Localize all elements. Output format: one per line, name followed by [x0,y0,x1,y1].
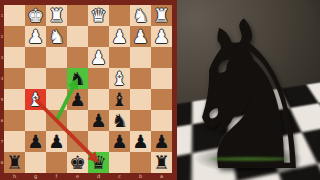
square-c2: ♟ [109,26,130,47]
chess-board-diagram: ♚♜♛♞♜♟♞♟♟♟♟♞♝♝♟♝♟♞♟♟♟♟♟♜♚♛♜ 12345678hgfe… [0,0,177,180]
square-g8 [25,152,46,173]
square-h7 [4,131,25,152]
black-pawn-c7: ♟ [109,131,130,152]
square-c1 [109,5,130,26]
square-e5: ♟ [67,89,88,110]
square-f5 [46,89,67,110]
white-rook-a1: ♜ [151,5,172,26]
square-b2: ♟ [130,26,151,47]
square-a1: ♜ [151,5,172,26]
square-f4 [46,68,67,89]
square-b6 [130,110,151,131]
square-a2: ♟ [151,26,172,47]
square-d7 [88,131,109,152]
file-label-h: h [4,173,25,180]
rank-label-6: 6 [0,110,4,131]
square-f6 [46,110,67,131]
square-h4 [4,68,25,89]
black-pawn-b7: ♟ [130,131,151,152]
white-pawn-c2: ♟ [109,26,130,47]
white-pawn-d3: ♟ [88,47,109,68]
square-b8 [130,152,151,173]
white-king-g1: ♚ [25,5,46,26]
square-b7: ♟ [130,131,151,152]
rank-label-2: 2 [0,26,4,47]
square-e7 [67,131,88,152]
square-g7: ♟ [25,131,46,152]
square-f1: ♜ [46,5,67,26]
square-a8: ♜ [151,152,172,173]
black-rook-a8: ♜ [151,152,172,173]
square-a3 [151,47,172,68]
square-c7: ♟ [109,131,130,152]
rank-label-4: 4 [0,68,4,89]
black-pawn-d6: ♟ [88,110,109,131]
file-label-b: b [130,173,151,180]
black-rook-h8: ♜ [4,152,25,173]
square-c4: ♝ [109,68,130,89]
chess-board-grid: ♚♜♛♞♜♟♞♟♟♟♟♞♝♝♟♝♟♞♟♟♟♟♟♜♚♛♜ [4,5,172,173]
square-b5 [130,89,151,110]
white-rook-f1: ♜ [46,5,67,26]
black-bishop-c5: ♝ [109,89,130,110]
black-pawn-f7: ♟ [46,131,67,152]
square-e6 [67,110,88,131]
square-a5 [151,89,172,110]
square-h6 [4,110,25,131]
square-h3 [4,47,25,68]
square-g6 [25,110,46,131]
knight-photo-panel: ♞ [177,0,320,180]
square-d5 [88,89,109,110]
rank-label-7: 7 [0,131,4,152]
square-b3 [130,47,151,68]
file-label-g: g [25,173,46,180]
square-f8 [46,152,67,173]
square-d1: ♛ [88,5,109,26]
square-d4 [88,68,109,89]
black-king-e8: ♚ [67,152,88,173]
square-b1: ♞ [130,5,151,26]
white-pawn-a2: ♟ [151,26,172,47]
white-queen-d1: ♛ [88,5,109,26]
rank-label-8: 8 [0,152,4,173]
square-f3 [46,47,67,68]
rank-label-5: 5 [0,89,4,110]
square-h1 [4,5,25,26]
white-knight-b1: ♞ [130,5,151,26]
file-label-c: c [109,173,130,180]
black-queen-d8: ♛ [88,152,109,173]
file-label-a: a [151,173,172,180]
square-e1 [67,5,88,26]
square-g2: ♟ [25,26,46,47]
square-c3 [109,47,130,68]
square-f7: ♟ [46,131,67,152]
square-e4: ♞ [67,68,88,89]
square-a7: ♟ [151,131,172,152]
rank-label-3: 3 [0,47,4,68]
white-bishop-g5: ♝ [25,89,46,110]
black-pawn-g7: ♟ [25,131,46,152]
square-d3: ♟ [88,47,109,68]
white-knight-f2: ♞ [46,26,67,47]
white-bishop-c4: ♝ [109,68,130,89]
white-pawn-b2: ♟ [130,26,151,47]
square-g3 [25,47,46,68]
square-c5: ♝ [109,89,130,110]
file-label-d: d [88,173,109,180]
square-a6 [151,110,172,131]
square-c8 [109,152,130,173]
black-pawn-a7: ♟ [151,131,172,152]
file-label-f: f [46,173,67,180]
square-f2: ♞ [46,26,67,47]
square-g5: ♝ [25,89,46,110]
square-h8: ♜ [4,152,25,173]
square-h2 [4,26,25,47]
square-b4 [130,68,151,89]
black-knight-c6: ♞ [109,110,130,131]
square-e2 [67,26,88,47]
square-h5 [4,89,25,110]
file-label-e: e [67,173,88,180]
rank-label-1: 1 [0,5,4,26]
square-e3 [67,47,88,68]
square-a4 [151,68,172,89]
square-g4 [25,68,46,89]
white-pawn-g2: ♟ [25,26,46,47]
video-thumbnail[interactable]: ♚♜♛♞♜♟♞♟♟♟♟♞♝♝♟♝♟♞♟♟♟♟♟♜♚♛♜ 12345678hgfe… [0,0,320,180]
square-e8: ♚ [67,152,88,173]
black-knight-e4: ♞ [67,68,88,89]
square-g1: ♚ [25,5,46,26]
square-d8: ♛ [88,152,109,173]
photo-vignette [177,0,320,180]
square-c6: ♞ [109,110,130,131]
black-pawn-e5: ♟ [67,89,88,110]
square-d2 [88,26,109,47]
square-d6: ♟ [88,110,109,131]
